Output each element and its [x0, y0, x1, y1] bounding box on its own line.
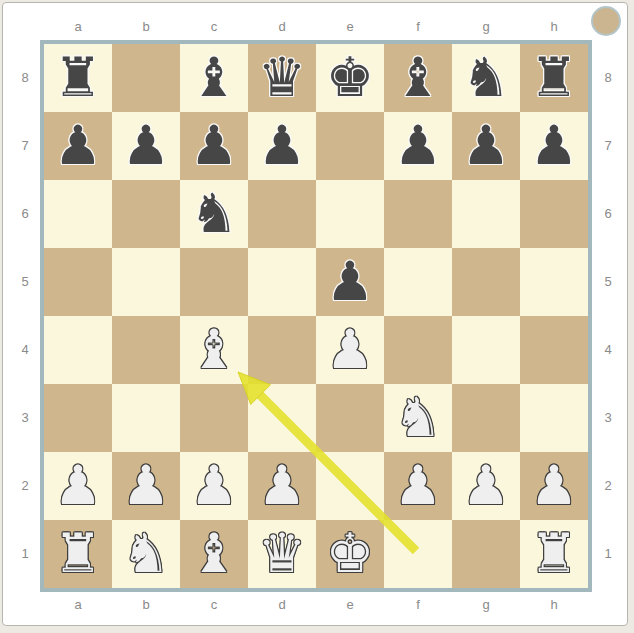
square-a3[interactable]: [44, 384, 112, 452]
square-e4[interactable]: ♟: [316, 316, 384, 384]
rank-label-left-4: 4: [12, 316, 38, 384]
piece-bN[interactable]: ♞: [462, 44, 510, 112]
square-f3[interactable]: ♞: [384, 384, 452, 452]
piece-wN[interactable]: ♞: [394, 384, 442, 452]
piece-wK[interactable]: ♚: [326, 520, 374, 588]
rank-label-left-3: 3: [12, 384, 38, 452]
piece-bB[interactable]: ♝: [394, 44, 442, 112]
piece-bB[interactable]: ♝: [190, 44, 238, 112]
square-b1[interactable]: ♞: [112, 520, 180, 588]
square-e6[interactable]: [316, 180, 384, 248]
rank-label-left-2: 2: [12, 452, 38, 520]
file-label-bottom-b: b: [112, 595, 180, 615]
square-g7[interactable]: ♟: [452, 112, 520, 180]
square-c1[interactable]: ♝: [180, 520, 248, 588]
square-b4[interactable]: [112, 316, 180, 384]
square-b6[interactable]: [112, 180, 180, 248]
rank-label-right-8: 8: [595, 44, 621, 112]
square-c5[interactable]: [180, 248, 248, 316]
piece-bR[interactable]: ♜: [530, 44, 578, 112]
square-c3[interactable]: [180, 384, 248, 452]
square-c7[interactable]: ♟: [180, 112, 248, 180]
square-h1[interactable]: ♜: [520, 520, 588, 588]
file-label-bottom-e: e: [316, 595, 384, 615]
square-b3[interactable]: [112, 384, 180, 452]
piece-bN[interactable]: ♞: [190, 180, 238, 248]
piece-wR[interactable]: ♜: [530, 520, 578, 588]
square-b7[interactable]: ♟: [112, 112, 180, 180]
piece-bQ[interactable]: ♛: [258, 44, 306, 112]
rank-label-left-1: 1: [12, 520, 38, 588]
square-b5[interactable]: [112, 248, 180, 316]
square-f7[interactable]: ♟: [384, 112, 452, 180]
chess-app-page: abcdefgh abcdefgh 87654321 87654321 ♜♝♛♚…: [0, 0, 634, 633]
file-label-top-f: f: [384, 17, 452, 37]
rank-label-right-5: 5: [595, 248, 621, 316]
file-label-bottom-a: a: [44, 595, 112, 615]
file-label-top-h: h: [520, 17, 588, 37]
rank-label-left-6: 6: [12, 180, 38, 248]
square-f8[interactable]: ♝: [384, 44, 452, 112]
square-c4[interactable]: ♝: [180, 316, 248, 384]
square-g4[interactable]: [452, 316, 520, 384]
file-label-bottom-h: h: [520, 595, 588, 615]
square-h4[interactable]: [520, 316, 588, 384]
square-d3[interactable]: [248, 384, 316, 452]
square-d2[interactable]: ♟: [248, 452, 316, 520]
piece-wP[interactable]: ♟: [394, 452, 442, 520]
square-f2[interactable]: ♟: [384, 452, 452, 520]
file-label-top-c: c: [180, 17, 248, 37]
square-g3[interactable]: [452, 384, 520, 452]
square-e1[interactable]: ♚: [316, 520, 384, 588]
rank-label-right-1: 1: [595, 520, 621, 588]
square-d7[interactable]: ♟: [248, 112, 316, 180]
square-f5[interactable]: [384, 248, 452, 316]
rank-label-right-6: 6: [595, 180, 621, 248]
file-label-top-b: b: [112, 17, 180, 37]
rank-label-left-8: 8: [12, 44, 38, 112]
piece-bP[interactable]: ♟: [190, 112, 238, 180]
square-a8[interactable]: ♜: [44, 44, 112, 112]
piece-wP[interactable]: ♟: [122, 452, 170, 520]
piece-wR[interactable]: ♜: [54, 520, 102, 588]
square-a2[interactable]: ♟: [44, 452, 112, 520]
piece-wB[interactable]: ♝: [190, 520, 238, 588]
rank-label-left-7: 7: [12, 112, 38, 180]
square-d4[interactable]: [248, 316, 316, 384]
square-d8[interactable]: ♛: [248, 44, 316, 112]
square-a7[interactable]: ♟: [44, 112, 112, 180]
piece-wP[interactable]: ♟: [462, 452, 510, 520]
file-label-top-g: g: [452, 17, 520, 37]
piece-bP[interactable]: ♟: [258, 112, 306, 180]
rank-label-right-7: 7: [595, 112, 621, 180]
file-label-top-d: d: [248, 17, 316, 37]
rank-label-left-5: 5: [12, 248, 38, 316]
piece-bR[interactable]: ♜: [54, 44, 102, 112]
file-label-top-e: e: [316, 17, 384, 37]
square-f4[interactable]: [384, 316, 452, 384]
square-g8[interactable]: ♞: [452, 44, 520, 112]
piece-wB[interactable]: ♝: [190, 316, 238, 384]
square-b2[interactable]: ♟: [112, 452, 180, 520]
piece-wP[interactable]: ♟: [530, 452, 578, 520]
piece-wQ[interactable]: ♛: [258, 520, 306, 588]
square-e3[interactable]: [316, 384, 384, 452]
piece-wP[interactable]: ♟: [258, 452, 306, 520]
square-g2[interactable]: ♟: [452, 452, 520, 520]
file-label-bottom-d: d: [248, 595, 316, 615]
rank-label-right-2: 2: [595, 452, 621, 520]
square-d1[interactable]: ♛: [248, 520, 316, 588]
square-d6[interactable]: [248, 180, 316, 248]
turn-indicator-circle: [591, 6, 621, 36]
square-h3[interactable]: [520, 384, 588, 452]
square-e2[interactable]: [316, 452, 384, 520]
square-a4[interactable]: [44, 316, 112, 384]
file-label-bottom-g: g: [452, 595, 520, 615]
piece-wP[interactable]: ♟: [190, 452, 238, 520]
square-h5[interactable]: [520, 248, 588, 316]
square-a6[interactable]: [44, 180, 112, 248]
square-h7[interactable]: ♟: [520, 112, 588, 180]
file-label-bottom-c: c: [180, 595, 248, 615]
piece-bP[interactable]: ♟: [54, 112, 102, 180]
piece-bK[interactable]: ♚: [326, 44, 374, 112]
piece-bP[interactable]: ♟: [326, 248, 374, 316]
square-c8[interactable]: ♝: [180, 44, 248, 112]
square-g6[interactable]: [452, 180, 520, 248]
square-f1[interactable]: [384, 520, 452, 588]
square-g1[interactable]: [452, 520, 520, 588]
square-e8[interactable]: ♚: [316, 44, 384, 112]
square-f6[interactable]: [384, 180, 452, 248]
piece-bP[interactable]: ♟: [394, 112, 442, 180]
rank-label-right-3: 3: [595, 384, 621, 452]
square-a5[interactable]: [44, 248, 112, 316]
file-label-bottom-f: f: [384, 595, 452, 615]
piece-wP[interactable]: ♟: [326, 316, 374, 384]
square-e5[interactable]: ♟: [316, 248, 384, 316]
square-b8[interactable]: [112, 44, 180, 112]
file-label-top-a: a: [44, 17, 112, 37]
square-e7[interactable]: [316, 112, 384, 180]
rank-label-right-4: 4: [595, 316, 621, 384]
piece-bP[interactable]: ♟: [530, 112, 578, 180]
piece-bP[interactable]: ♟: [122, 112, 170, 180]
square-c6[interactable]: ♞: [180, 180, 248, 248]
piece-bP[interactable]: ♟: [462, 112, 510, 180]
square-c2[interactable]: ♟: [180, 452, 248, 520]
piece-wP[interactable]: ♟: [54, 452, 102, 520]
square-g5[interactable]: [452, 248, 520, 316]
square-h8[interactable]: ♜: [520, 44, 588, 112]
chess-board: ♜♝♛♚♝♞♜♟♟♟♟♟♟♟♞♟♝♟♞♟♟♟♟♟♟♟♜♞♝♛♚♜: [40, 40, 592, 592]
square-h6[interactable]: [520, 180, 588, 248]
square-a1[interactable]: ♜: [44, 520, 112, 588]
square-d5[interactable]: [248, 248, 316, 316]
square-h2[interactable]: ♟: [520, 452, 588, 520]
piece-wN[interactable]: ♞: [122, 520, 170, 588]
